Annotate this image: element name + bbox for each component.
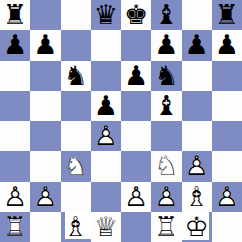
piece-outline-glyph: ♖ xyxy=(0,212,30,242)
square-d3[interactable] xyxy=(91,151,121,181)
square-f7[interactable]: ♟ xyxy=(151,30,181,60)
square-a1[interactable]: ♜♖ xyxy=(0,212,30,242)
square-f5[interactable]: ♝ xyxy=(151,91,181,121)
piece-fill-glyph: ♝ xyxy=(151,91,181,121)
piece-fill-glyph: ♟ xyxy=(30,30,60,60)
square-f4[interactable] xyxy=(151,121,181,151)
square-c6[interactable]: ♞ xyxy=(61,61,91,91)
square-b2[interactable]: ♟♙ xyxy=(30,182,60,212)
piece-fill-glyph: ♜ xyxy=(0,0,30,30)
piece-fill-glyph: ♚ xyxy=(121,0,151,30)
piece-fill-glyph: ♛ xyxy=(91,0,121,30)
piece-fill-glyph: ♜ xyxy=(212,0,242,30)
square-c5[interactable] xyxy=(61,91,91,121)
square-h2[interactable]: ♟♙ xyxy=(212,182,242,212)
square-f3[interactable]: ♞♘ xyxy=(151,151,181,181)
piece-fill-glyph: ♟ xyxy=(212,30,242,60)
square-d1[interactable]: ♛♕ xyxy=(91,212,121,242)
square-e4[interactable] xyxy=(121,121,151,151)
chess-board: ♜♛♚♝♜♟♟♟♟♟♞♟♞♟♝♟♙♞♘♞♘♟♙♟♙♟♙♟♙♟♙♝♗♟♙♜♖♝♗♛… xyxy=(0,0,242,242)
square-b5[interactable] xyxy=(30,91,60,121)
white-bishop-g2-icon: ♝♗ xyxy=(182,182,212,212)
piece-outline-glyph: ♖ xyxy=(151,212,181,242)
piece-outline-glyph: ♙ xyxy=(30,182,60,212)
square-h5[interactable] xyxy=(212,91,242,121)
black-pawn-g7-icon: ♟ xyxy=(182,30,212,60)
piece-outline-glyph: ♙ xyxy=(121,182,151,212)
piece-fill-glyph: ♟ xyxy=(0,30,30,60)
square-d4[interactable]: ♟♙ xyxy=(91,121,121,151)
square-d2[interactable] xyxy=(91,182,121,212)
square-d8[interactable]: ♛ xyxy=(91,0,121,30)
piece-fill-glyph: ♟ xyxy=(151,30,181,60)
piece-outline-glyph: ♘ xyxy=(151,151,181,181)
square-c2[interactable] xyxy=(61,182,91,212)
square-b8[interactable] xyxy=(30,0,60,30)
square-h1[interactable] xyxy=(212,212,242,242)
square-e3[interactable] xyxy=(121,151,151,181)
square-d6[interactable] xyxy=(91,61,121,91)
white-pawn-b2-icon: ♟♙ xyxy=(30,182,60,212)
white-pawn-h2-icon: ♟♙ xyxy=(212,182,242,212)
square-g6[interactable] xyxy=(182,61,212,91)
piece-fill-glyph: ♞ xyxy=(151,61,181,91)
white-knight-f3-icon: ♞♘ xyxy=(151,151,181,181)
black-rook-h8-icon: ♜ xyxy=(212,0,242,30)
square-c3[interactable]: ♞♘ xyxy=(61,151,91,181)
piece-outline-glyph: ♕ xyxy=(91,212,121,242)
white-king-g1-icon: ♚♔ xyxy=(182,212,212,242)
white-pawn-d4-icon: ♟♙ xyxy=(91,121,121,151)
square-a2[interactable]: ♟♙ xyxy=(0,182,30,212)
square-e5[interactable] xyxy=(121,91,151,121)
square-a5[interactable] xyxy=(0,91,30,121)
square-e6[interactable]: ♟ xyxy=(121,61,151,91)
square-h8[interactable]: ♜ xyxy=(212,0,242,30)
white-pawn-g3-icon: ♟♙ xyxy=(182,151,212,181)
piece-outline-glyph: ♙ xyxy=(182,151,212,181)
square-c7[interactable] xyxy=(61,30,91,60)
piece-outline-glyph: ♔ xyxy=(182,212,212,242)
square-g4[interactable] xyxy=(182,121,212,151)
black-bishop-f8-icon: ♝ xyxy=(151,0,181,30)
square-a3[interactable] xyxy=(0,151,30,181)
piece-fill-glyph: ♝ xyxy=(151,0,181,30)
white-rook-f1-icon: ♜♖ xyxy=(151,212,181,242)
square-b7[interactable]: ♟ xyxy=(30,30,60,60)
square-b1[interactable] xyxy=(30,212,60,242)
square-a6[interactable] xyxy=(0,61,30,91)
square-a4[interactable] xyxy=(0,121,30,151)
square-f6[interactable]: ♞ xyxy=(151,61,181,91)
black-rook-a8-icon: ♜ xyxy=(0,0,30,30)
black-king-e8-icon: ♚ xyxy=(121,0,151,30)
square-f1[interactable]: ♜♖ xyxy=(151,212,181,242)
black-pawn-h7-icon: ♟ xyxy=(212,30,242,60)
white-queen-d1-icon: ♛♕ xyxy=(91,212,121,242)
square-c8[interactable] xyxy=(61,0,91,30)
square-e8[interactable]: ♚ xyxy=(121,0,151,30)
square-f8[interactable]: ♝ xyxy=(151,0,181,30)
square-h4[interactable] xyxy=(212,121,242,151)
white-rook-a1-icon: ♜♖ xyxy=(0,212,30,242)
piece-outline-glyph: ♗ xyxy=(61,212,91,242)
piece-outline-glyph: ♗ xyxy=(182,182,212,212)
black-pawn-d5-icon: ♟ xyxy=(91,91,121,121)
square-c1[interactable]: ♝♗ xyxy=(61,212,91,242)
square-b3[interactable] xyxy=(30,151,60,181)
square-b4[interactable] xyxy=(30,121,60,151)
black-pawn-b7-icon: ♟ xyxy=(30,30,60,60)
white-pawn-f2-icon: ♟♙ xyxy=(151,182,181,212)
square-a8[interactable]: ♜ xyxy=(0,0,30,30)
square-f2[interactable]: ♟♙ xyxy=(151,182,181,212)
white-pawn-a2-icon: ♟♙ xyxy=(0,182,30,212)
piece-fill-glyph: ♟ xyxy=(91,91,121,121)
piece-outline-glyph: ♙ xyxy=(0,182,30,212)
square-c4[interactable] xyxy=(61,121,91,151)
piece-outline-glyph: ♙ xyxy=(212,182,242,212)
square-b6[interactable] xyxy=(30,61,60,91)
square-a7[interactable]: ♟ xyxy=(0,30,30,60)
piece-fill-glyph: ♟ xyxy=(182,30,212,60)
square-g8[interactable] xyxy=(182,0,212,30)
piece-fill-glyph: ♞ xyxy=(61,61,91,91)
black-knight-c6-icon: ♞ xyxy=(61,61,91,91)
square-g1[interactable]: ♚♔ xyxy=(182,212,212,242)
black-bishop-f5-icon: ♝ xyxy=(151,91,181,121)
square-h3[interactable] xyxy=(212,151,242,181)
piece-outline-glyph: ♘ xyxy=(61,151,91,181)
white-bishop-c1-icon: ♝♗ xyxy=(61,212,91,242)
piece-fill-glyph: ♟ xyxy=(121,61,151,91)
square-d7[interactable] xyxy=(91,30,121,60)
square-g3[interactable]: ♟♙ xyxy=(182,151,212,181)
square-e2[interactable]: ♟♙ xyxy=(121,182,151,212)
black-pawn-f7-icon: ♟ xyxy=(151,30,181,60)
square-g5[interactable] xyxy=(182,91,212,121)
black-pawn-a7-icon: ♟ xyxy=(0,30,30,60)
square-e1[interactable] xyxy=(121,212,151,242)
white-knight-c3-icon: ♞♘ xyxy=(61,151,91,181)
piece-outline-glyph: ♙ xyxy=(91,121,121,151)
square-g7[interactable]: ♟ xyxy=(182,30,212,60)
black-queen-d8-icon: ♛ xyxy=(91,0,121,30)
black-knight-f6-icon: ♞ xyxy=(151,61,181,91)
square-d5[interactable]: ♟ xyxy=(91,91,121,121)
white-pawn-e2-icon: ♟♙ xyxy=(121,182,151,212)
square-h6[interactable] xyxy=(212,61,242,91)
black-pawn-e6-icon: ♟ xyxy=(121,61,151,91)
square-e7[interactable] xyxy=(121,30,151,60)
piece-outline-glyph: ♙ xyxy=(151,182,181,212)
square-g2[interactable]: ♝♗ xyxy=(182,182,212,212)
square-h7[interactable]: ♟ xyxy=(212,30,242,60)
